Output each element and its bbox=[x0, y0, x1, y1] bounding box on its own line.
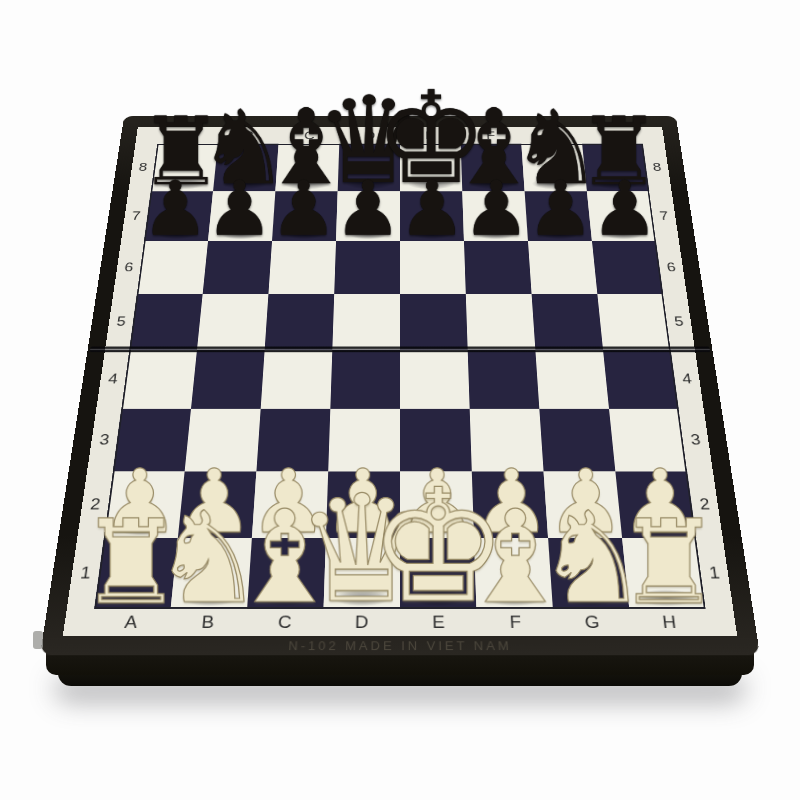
square-b6[interactable] bbox=[203, 241, 272, 294]
square-f7[interactable]: ♟ bbox=[462, 191, 528, 241]
square-a6[interactable] bbox=[137, 241, 208, 294]
board-frame: ABCDEFGH8♜♞♝♛♚♝♞♜87♟♟♟♟♟♟♟♟7665544332♟♟♟… bbox=[40, 116, 760, 655]
square-d7[interactable]: ♟ bbox=[336, 191, 400, 241]
square-e4[interactable] bbox=[400, 350, 470, 409]
square-h7[interactable]: ♟ bbox=[587, 191, 656, 241]
chess-board: ABCDEFGH8♜♞♝♛♚♝♞♜87♟♟♟♟♟♟♟♟7665544332♟♟♟… bbox=[40, 116, 760, 655]
square-g4[interactable] bbox=[535, 350, 609, 409]
square-g1[interactable]: ♞ bbox=[548, 538, 629, 609]
piece-white-knight[interactable]: ♞ bbox=[536, 495, 649, 621]
square-g5[interactable] bbox=[532, 294, 603, 350]
square-c4[interactable] bbox=[261, 350, 333, 409]
square-h5[interactable] bbox=[597, 294, 670, 350]
square-e6[interactable] bbox=[400, 241, 466, 294]
square-d6[interactable] bbox=[334, 241, 400, 294]
square-a5[interactable] bbox=[129, 294, 202, 350]
piece-black-pawn[interactable]: ♟ bbox=[206, 172, 274, 248]
square-d5[interactable] bbox=[332, 294, 400, 350]
square-f6[interactable] bbox=[464, 241, 532, 294]
piece-white-king[interactable]: ♚ bbox=[369, 468, 509, 624]
piece-black-pawn[interactable]: ♟ bbox=[334, 172, 402, 248]
square-g6[interactable] bbox=[528, 241, 597, 294]
square-c7[interactable]: ♟ bbox=[272, 191, 338, 241]
square-g7[interactable]: ♟ bbox=[525, 191, 592, 241]
frame-embossed-text: N-102 MADE IN VIET NAM bbox=[40, 638, 759, 653]
piece-black-pawn[interactable]: ♟ bbox=[591, 172, 659, 248]
piece-black-pawn[interactable]: ♟ bbox=[462, 172, 530, 248]
piece-black-pawn[interactable]: ♟ bbox=[270, 172, 338, 248]
square-a7[interactable]: ♟ bbox=[144, 191, 213, 241]
square-b7[interactable]: ♟ bbox=[208, 191, 275, 241]
piece-black-pawn[interactable]: ♟ bbox=[527, 172, 595, 248]
square-h4[interactable] bbox=[603, 350, 679, 409]
board-grid: ABCDEFGH8♜♞♝♛♚♝♞♜87♟♟♟♟♟♟♟♟7665544332♟♟♟… bbox=[63, 127, 737, 635]
square-e1[interactable]: ♚ bbox=[400, 538, 476, 609]
board-latch bbox=[33, 631, 43, 649]
square-c5[interactable] bbox=[265, 294, 335, 350]
square-h6[interactable] bbox=[592, 241, 663, 294]
square-b5[interactable] bbox=[197, 294, 268, 350]
piece-black-pawn[interactable]: ♟ bbox=[398, 172, 466, 248]
square-f4[interactable] bbox=[468, 350, 540, 409]
photo-scene: ABCDEFGH8♜♞♝♛♚♝♞♜87♟♟♟♟♟♟♟♟7665544332♟♟♟… bbox=[0, 0, 800, 800]
square-a4[interactable] bbox=[121, 350, 197, 409]
square-e5[interactable] bbox=[400, 294, 468, 350]
board-hinge bbox=[90, 347, 711, 353]
square-e7[interactable]: ♟ bbox=[400, 191, 464, 241]
square-b4[interactable] bbox=[191, 350, 265, 409]
square-f5[interactable] bbox=[466, 294, 536, 350]
square-c6[interactable] bbox=[268, 241, 336, 294]
square-d4[interactable] bbox=[330, 350, 400, 409]
piece-black-pawn[interactable]: ♟ bbox=[141, 172, 209, 248]
